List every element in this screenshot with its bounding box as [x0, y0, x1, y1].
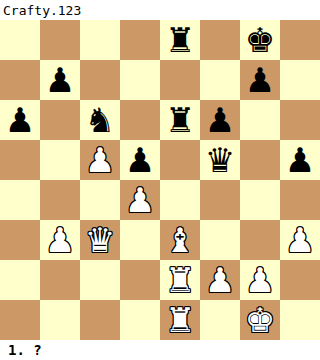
square-g3[interactable] [240, 220, 280, 260]
square-g8[interactable]: ♚ [240, 20, 280, 60]
black-king-g8: ♚ [245, 20, 275, 60]
square-g7[interactable]: ♟ [240, 60, 280, 100]
square-d3[interactable] [120, 220, 160, 260]
square-a3[interactable] [0, 220, 40, 260]
square-h8[interactable] [280, 20, 320, 60]
square-h2[interactable] [280, 260, 320, 300]
square-a4[interactable] [0, 180, 40, 220]
white-rook-e2: ♜ [165, 260, 195, 300]
square-c7[interactable] [80, 60, 120, 100]
square-a7[interactable] [0, 60, 40, 100]
square-h6[interactable] [280, 100, 320, 140]
square-h5[interactable]: ♟ [280, 140, 320, 180]
square-c6[interactable]: ♞ [80, 100, 120, 140]
white-pawn-b3: ♟ [45, 220, 75, 260]
square-f6[interactable]: ♟ [200, 100, 240, 140]
square-d5[interactable]: ♟ [120, 140, 160, 180]
black-rook-e6: ♜ [165, 100, 195, 140]
black-pawn-d5: ♟ [125, 140, 155, 180]
square-f2[interactable]: ♟ [200, 260, 240, 300]
black-pawn-f6: ♟ [205, 100, 235, 140]
square-g6[interactable] [240, 100, 280, 140]
square-e6[interactable]: ♜ [160, 100, 200, 140]
window-title: Crafty.123 [0, 0, 320, 20]
square-e4[interactable] [160, 180, 200, 220]
square-f4[interactable] [200, 180, 240, 220]
square-f5[interactable]: ♛ [200, 140, 240, 180]
square-e2[interactable]: ♜ [160, 260, 200, 300]
white-bishop-e3: ♝ [165, 220, 195, 260]
square-a1[interactable] [0, 300, 40, 340]
black-pawn-h5: ♟ [285, 140, 315, 180]
white-rook-e1: ♜ [165, 300, 195, 340]
square-d1[interactable] [120, 300, 160, 340]
black-queen-f5: ♛ [205, 140, 235, 180]
square-e7[interactable] [160, 60, 200, 100]
square-f3[interactable] [200, 220, 240, 260]
square-d4[interactable]: ♟ [120, 180, 160, 220]
white-pawn-d4: ♟ [125, 180, 155, 220]
square-f7[interactable] [200, 60, 240, 100]
square-b5[interactable] [40, 140, 80, 180]
square-b7[interactable]: ♟ [40, 60, 80, 100]
square-a2[interactable] [0, 260, 40, 300]
square-g5[interactable] [240, 140, 280, 180]
move-prompt: 1. ? [0, 340, 320, 360]
square-f8[interactable] [200, 20, 240, 60]
square-g1[interactable]: ♚ [240, 300, 280, 340]
black-rook-e8: ♜ [165, 20, 195, 60]
white-pawn-f2: ♟ [205, 260, 235, 300]
black-pawn-g7: ♟ [245, 60, 275, 100]
square-f1[interactable] [200, 300, 240, 340]
square-e8[interactable]: ♜ [160, 20, 200, 60]
square-h3[interactable]: ♟ [280, 220, 320, 260]
square-b6[interactable] [40, 100, 80, 140]
crafty-window: Crafty.123 ♜♚♟♟♟♞♜♟♟♟♛♟♟♟♛♝♟♜♟♟♜♚ 1. ? [0, 0, 320, 360]
square-e3[interactable]: ♝ [160, 220, 200, 260]
square-g4[interactable] [240, 180, 280, 220]
black-knight-c6: ♞ [85, 100, 115, 140]
chess-board: ♜♚♟♟♟♞♜♟♟♟♛♟♟♟♛♝♟♜♟♟♜♚ [0, 20, 320, 340]
square-a5[interactable] [0, 140, 40, 180]
square-h4[interactable] [280, 180, 320, 220]
square-a6[interactable]: ♟ [0, 100, 40, 140]
square-e5[interactable] [160, 140, 200, 180]
square-d6[interactable] [120, 100, 160, 140]
square-d8[interactable] [120, 20, 160, 60]
square-g2[interactable]: ♟ [240, 260, 280, 300]
square-a8[interactable] [0, 20, 40, 60]
square-d2[interactable] [120, 260, 160, 300]
square-b8[interactable] [40, 20, 80, 60]
square-b4[interactable] [40, 180, 80, 220]
square-c1[interactable] [80, 300, 120, 340]
square-c4[interactable] [80, 180, 120, 220]
white-pawn-c5: ♟ [85, 140, 115, 180]
square-h7[interactable] [280, 60, 320, 100]
square-h1[interactable] [280, 300, 320, 340]
square-b2[interactable] [40, 260, 80, 300]
white-king-g1: ♚ [245, 300, 275, 340]
square-d7[interactable] [120, 60, 160, 100]
white-pawn-g2: ♟ [245, 260, 275, 300]
square-c8[interactable] [80, 20, 120, 60]
square-e1[interactable]: ♜ [160, 300, 200, 340]
white-pawn-h3: ♟ [285, 220, 315, 260]
square-c5[interactable]: ♟ [80, 140, 120, 180]
white-queen-c3: ♛ [85, 220, 115, 260]
black-pawn-a6: ♟ [5, 100, 35, 140]
square-c3[interactable]: ♛ [80, 220, 120, 260]
square-b1[interactable] [40, 300, 80, 340]
square-c2[interactable] [80, 260, 120, 300]
square-b3[interactable]: ♟ [40, 220, 80, 260]
black-pawn-b7: ♟ [45, 60, 75, 100]
